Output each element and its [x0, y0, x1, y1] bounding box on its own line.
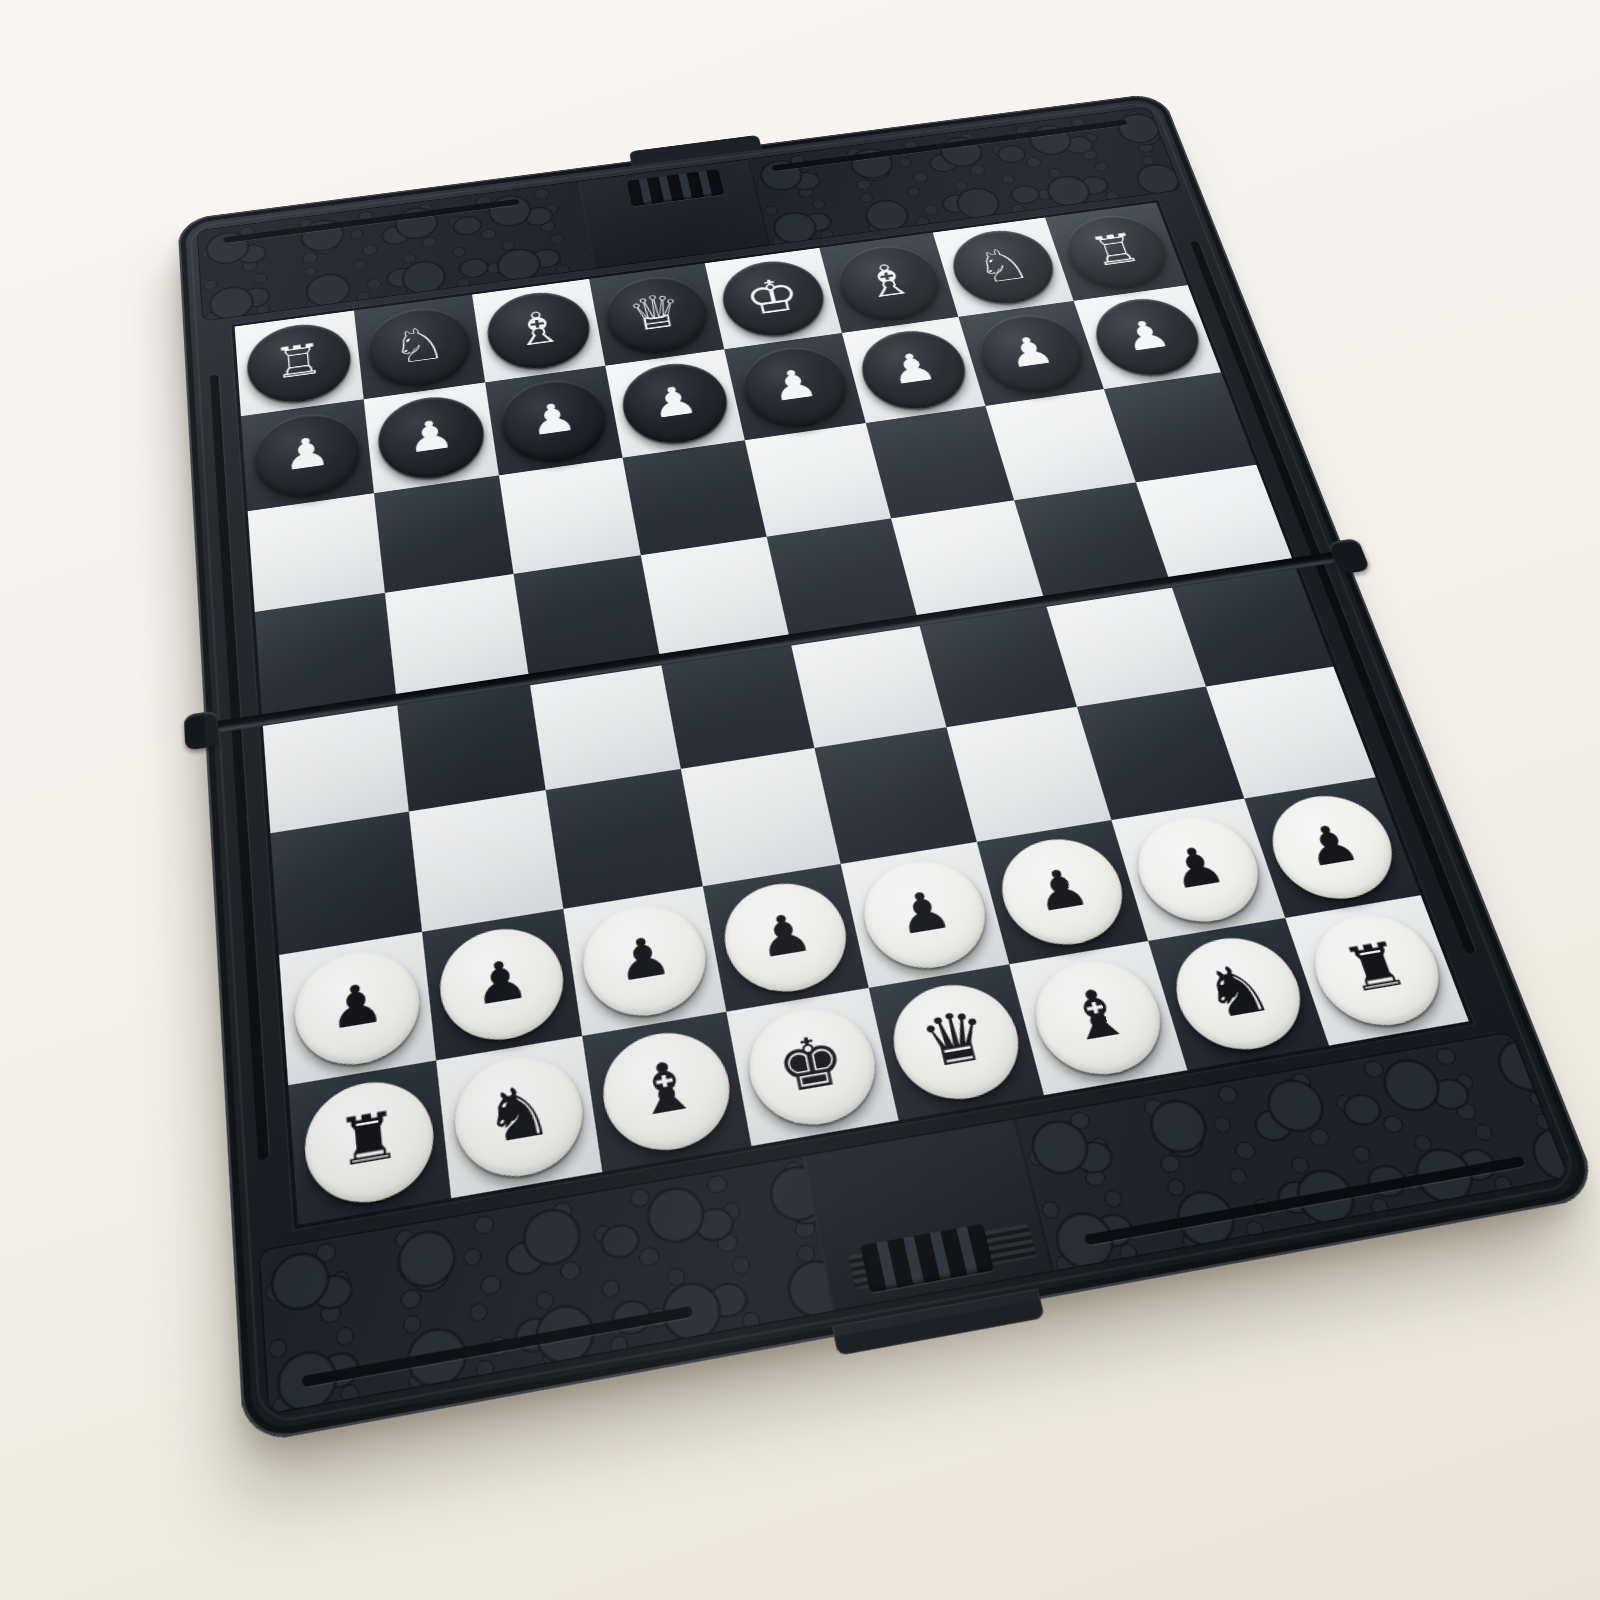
piece-white-bishop[interactable]: ♝ — [1022, 952, 1173, 1083]
piece-black-rook[interactable]: ♖ — [1056, 210, 1177, 294]
square-a3[interactable] — [270, 812, 422, 955]
piece-symbol: ♟ — [1296, 815, 1365, 874]
square-c8[interactable]: ♗ — [472, 279, 605, 383]
piece-symbol: ♟ — [1002, 329, 1059, 373]
square-b8[interactable]: ♘ — [354, 295, 485, 400]
piece-black-pawn[interactable]: ♟ — [374, 390, 489, 484]
photo-background: ♖♘♗♕♔♗♘♖♟♟♟♟♟♟♟♟♟♟♟♟♟♟♟♟♜♞♝♚♛♝♞♜ — [0, 0, 1600, 1600]
piece-black-king[interactable]: ♔ — [715, 255, 832, 341]
piece-symbol: ♟ — [767, 362, 822, 407]
piece-black-pawn[interactable]: ♟ — [251, 407, 364, 502]
piece-white-pawn[interactable]: ♟ — [575, 897, 714, 1024]
square-c3[interactable] — [546, 769, 703, 909]
square-c2[interactable]: ♟ — [563, 886, 726, 1036]
piece-black-pawn[interactable]: ♟ — [735, 341, 855, 432]
square-a6[interactable] — [248, 493, 385, 612]
piece-symbol: ♟ — [885, 345, 941, 389]
piece-black-pawn[interactable]: ♟ — [495, 374, 612, 467]
piece-symbol: ♘ — [388, 318, 449, 371]
chess-wallet-case: ♖♘♗♕♔♗♘♖♟♟♟♟♟♟♟♟♟♟♟♟♟♟♟♟♜♞♝♚♛♝♞♜ — [177, 92, 1600, 1445]
piece-black-bishop[interactable]: ♗ — [482, 286, 595, 374]
square-d2[interactable]: ♟ — [703, 864, 869, 1012]
piece-symbol: ♟ — [1163, 837, 1231, 896]
piece-black-pawn[interactable]: ♟ — [1084, 293, 1209, 381]
square-d8[interactable]: ♕ — [589, 263, 724, 365]
piece-symbol: ♕ — [624, 287, 687, 339]
piece-symbol: ♘ — [969, 240, 1035, 290]
piece-symbol: ♟ — [281, 429, 332, 476]
piece-white-pawn[interactable]: ♟ — [1257, 787, 1407, 907]
piece-symbol: ♞ — [479, 1072, 556, 1154]
piece-white-queen[interactable]: ♛ — [882, 976, 1031, 1109]
piece-white-knight[interactable]: ♞ — [1161, 929, 1315, 1058]
piece-symbol: ♝ — [1056, 977, 1137, 1052]
piece-symbol: ♗ — [856, 256, 919, 305]
piece-symbol: ♖ — [271, 337, 326, 386]
piece-symbol: ♜ — [334, 1101, 403, 1177]
square-e6[interactable] — [745, 423, 891, 537]
piece-black-knight[interactable]: ♘ — [943, 225, 1063, 309]
piece-white-pawn[interactable]: ♟ — [853, 852, 996, 976]
piece-symbol: ♗ — [508, 303, 568, 353]
piece-white-knight[interactable]: ♞ — [448, 1048, 589, 1186]
square-a2[interactable]: ♟ — [279, 932, 436, 1085]
hinge-pin-right — [1327, 538, 1370, 575]
piece-white-pawn[interactable]: ♟ — [291, 943, 424, 1073]
piece-symbol: ♖ — [1085, 227, 1146, 272]
piece-black-pawn[interactable]: ♟ — [852, 325, 974, 415]
piece-black-pawn[interactable]: ♟ — [969, 309, 1093, 398]
piece-black-bishop[interactable]: ♗ — [830, 240, 948, 325]
piece-symbol: ♟ — [752, 904, 816, 966]
piece-black-pawn[interactable]: ♟ — [616, 357, 735, 449]
piece-white-rook[interactable]: ♜ — [1299, 906, 1455, 1034]
piece-white-rook[interactable]: ♜ — [300, 1072, 438, 1212]
piece-symbol: ♞ — [1194, 952, 1279, 1029]
piece-symbol: ♟ — [404, 412, 456, 458]
square-a8[interactable]: ♖ — [235, 311, 364, 417]
piece-symbol: ♝ — [627, 1049, 703, 1127]
square-d3[interactable] — [681, 748, 841, 886]
piece-white-pawn[interactable]: ♟ — [1124, 809, 1272, 930]
piece-white-pawn[interactable]: ♟ — [434, 920, 570, 1049]
piece-white-pawn[interactable]: ♟ — [715, 875, 856, 1001]
piece-black-knight[interactable]: ♘ — [364, 302, 475, 391]
piece-white-bishop[interactable]: ♝ — [595, 1023, 739, 1159]
piece-symbol: ♟ — [891, 881, 956, 942]
square-b3[interactable] — [409, 790, 563, 932]
piece-symbol: ♟ — [470, 950, 532, 1013]
piece-symbol: ♜ — [1336, 932, 1415, 1001]
square-c6[interactable] — [499, 458, 641, 574]
piece-symbol: ♟ — [326, 973, 386, 1037]
piece-symbol: ♟ — [612, 926, 675, 988]
piece-white-king[interactable]: ♚ — [739, 999, 885, 1133]
square-c1[interactable]: ♝ — [582, 1012, 751, 1172]
square-a7[interactable]: ♟ — [241, 399, 374, 511]
hinge-pin-left — [184, 710, 220, 751]
piece-black-queen[interactable]: ♕ — [599, 271, 714, 358]
piece-symbol: ♛ — [914, 999, 996, 1078]
piece-symbol: ♟ — [526, 395, 579, 441]
piece-symbol: ♟ — [1117, 313, 1174, 356]
square-b7[interactable]: ♟ — [364, 382, 499, 493]
square-d1[interactable]: ♚ — [726, 988, 898, 1146]
piece-symbol: ♚ — [771, 1023, 852, 1103]
square-b6[interactable] — [374, 475, 514, 592]
square-e7[interactable]: ♟ — [724, 333, 866, 440]
square-c7[interactable]: ♟ — [485, 366, 622, 476]
piece-black-rook[interactable]: ♖ — [244, 318, 354, 408]
piece-symbol: ♟ — [1028, 859, 1095, 919]
piece-symbol: ♔ — [740, 271, 804, 322]
piece-symbol: ♟ — [647, 378, 701, 423]
square-b1[interactable]: ♞ — [436, 1036, 602, 1198]
piece-white-pawn[interactable]: ♟ — [989, 831, 1135, 953]
scene: ♖♘♗♕♔♗♘♖♟♟♟♟♟♟♟♟♟♟♟♟♟♟♟♟♜♞♝♚♛♝♞♜ — [0, 0, 1600, 1600]
square-e8[interactable]: ♔ — [705, 248, 842, 349]
square-a1[interactable]: ♜ — [288, 1060, 451, 1224]
square-d7[interactable]: ♟ — [605, 349, 745, 457]
square-d6[interactable] — [623, 440, 767, 555]
square-b2[interactable]: ♟ — [422, 909, 582, 1061]
